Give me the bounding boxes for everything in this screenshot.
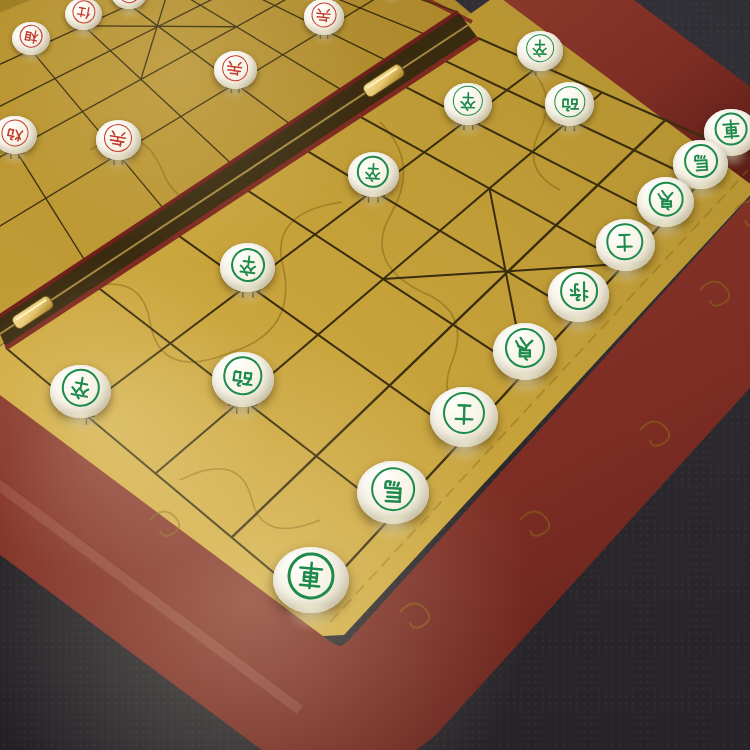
piece-character-ring: [554, 86, 585, 117]
piece-green-cannon-b8[interactable]: [212, 352, 274, 407]
piece-green-soldier-e7[interactable]: [348, 152, 399, 197]
piece-character-帥: [120, 0, 138, 1]
piece-character-馬: [688, 149, 713, 174]
piece-character-兵: [106, 126, 129, 149]
piece-green-advisor-c10[interactable]: [430, 387, 498, 447]
piece-green-chariot-a10[interactable]: [273, 547, 349, 614]
piece-green-soldier-a7[interactable]: [50, 365, 111, 418]
piece-red-soldier-e4[interactable]: [214, 51, 257, 88]
piece-character-ring: [559, 272, 598, 311]
piece-character-馬: [376, 472, 409, 505]
piece-character-ring: [683, 143, 719, 179]
piece-green-cannon-h8[interactable]: [545, 82, 594, 126]
piece-green-elephant-g10[interactable]: [637, 177, 694, 227]
piece-character-ring: [713, 112, 748, 147]
piece-character-卒: [530, 38, 551, 59]
piece-character-士: [449, 398, 480, 429]
piece-red-soldier-g4[interactable]: [304, 0, 344, 35]
piece-character-卒: [235, 251, 261, 277]
piece-character-ring: [310, 1, 337, 28]
piece-character-車: [294, 559, 329, 594]
piece-green-soldier-g7[interactable]: [444, 83, 492, 125]
piece-character-車: [719, 117, 743, 141]
piece-red-advisor-d1[interactable]: [65, 0, 102, 30]
piece-character-兵: [314, 5, 333, 24]
piece-character-砲: [559, 90, 581, 112]
piece-character-象: [653, 186, 678, 211]
piece-character-炮: [3, 121, 26, 144]
piece-character-相: [21, 26, 41, 46]
piece-character-ring: [116, 0, 142, 4]
piece-character-卒: [362, 160, 385, 183]
piece-character-仕: [74, 3, 93, 22]
piece-character-砲: [228, 361, 258, 391]
piece-character-ring: [70, 0, 97, 26]
piece-character-兵: [225, 57, 246, 78]
piece-green-advisor-f10[interactable]: [596, 219, 655, 271]
piece-red-soldier-c4[interactable]: [96, 120, 141, 160]
piece-character-卒: [457, 90, 479, 112]
piece-green-horse-b10[interactable]: [357, 461, 428, 524]
piece-red-elephant-c1[interactable]: [12, 22, 50, 55]
piece-character-ring: [442, 392, 485, 435]
piece-character-將: [565, 278, 592, 305]
piece-character-象: [511, 334, 539, 362]
piece-green-soldier-c7[interactable]: [220, 243, 275, 292]
piece-green-general-e10[interactable]: [548, 268, 610, 322]
piece-character-ring: [647, 181, 684, 218]
piece-character-ring: [526, 34, 554, 62]
xiangqi-board: [0, 0, 750, 750]
piece-green-soldier-i7[interactable]: [517, 31, 563, 71]
piece-character-ring: [356, 155, 390, 189]
piece-character-士: [612, 229, 638, 255]
photo-scene: [0, 0, 750, 750]
piece-character-ring: [505, 328, 545, 368]
piece-character-ring: [606, 223, 644, 261]
piece-character-ring: [453, 86, 484, 117]
piece-character-卒: [65, 373, 96, 404]
piece-green-elephant-d10[interactable]: [493, 323, 557, 380]
piece-red-general-e1[interactable]: [111, 0, 147, 9]
